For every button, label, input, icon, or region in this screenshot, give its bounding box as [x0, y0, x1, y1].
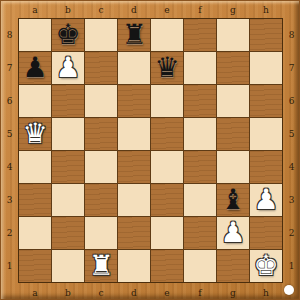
square-b1[interactable]	[52, 250, 84, 282]
rank-label-1: 1	[285, 250, 298, 282]
square-g7[interactable]	[217, 52, 249, 84]
square-e2[interactable]	[151, 217, 183, 249]
square-h2[interactable]	[250, 217, 282, 249]
square-d8[interactable]: ♜	[118, 19, 150, 51]
file-label-d: d	[118, 286, 150, 299]
file-label-e: e	[151, 286, 183, 299]
square-g2[interactable]: ♟	[217, 217, 249, 249]
file-label-h: h	[250, 286, 282, 299]
square-b5[interactable]	[52, 118, 84, 150]
rank-label-2: 2	[285, 217, 298, 249]
chess-board-frame: abcdefgh abcdefgh 87654321 87654321 ♚♜♟♟…	[0, 0, 300, 300]
square-g4[interactable]	[217, 151, 249, 183]
file-label-g: g	[217, 3, 249, 16]
rank-label-5: 5	[285, 118, 298, 150]
piece-white-king[interactable]: ♚	[253, 252, 278, 280]
square-b6[interactable]	[52, 85, 84, 117]
square-h4[interactable]	[250, 151, 282, 183]
rank-label-4: 4	[3, 151, 16, 183]
square-b2[interactable]	[52, 217, 84, 249]
rank-labels-right: 87654321	[285, 19, 298, 282]
file-label-c: c	[85, 3, 117, 16]
square-d6[interactable]	[118, 85, 150, 117]
file-label-a: a	[19, 3, 51, 16]
square-h1[interactable]: ♚	[250, 250, 282, 282]
rank-labels-left: 87654321	[3, 19, 16, 282]
square-f8[interactable]	[184, 19, 216, 51]
square-b8[interactable]: ♚	[52, 19, 84, 51]
square-h6[interactable]	[250, 85, 282, 117]
rank-label-7: 7	[285, 52, 298, 84]
square-f1[interactable]	[184, 250, 216, 282]
board: ♚♜♟♟♛♛♝♟♟♜♚	[18, 18, 283, 283]
square-f3[interactable]	[184, 184, 216, 216]
rank-label-1: 1	[3, 250, 16, 282]
square-g6[interactable]	[217, 85, 249, 117]
square-c5[interactable]	[85, 118, 117, 150]
square-h3[interactable]: ♟	[250, 184, 282, 216]
file-label-a: a	[19, 286, 51, 299]
file-labels-bottom: abcdefgh	[19, 286, 282, 299]
rank-label-3: 3	[285, 184, 298, 216]
piece-white-queen[interactable]: ♛	[22, 120, 47, 148]
square-a5[interactable]: ♛	[19, 118, 51, 150]
piece-black-queen[interactable]: ♛	[154, 54, 179, 82]
square-a2[interactable]	[19, 217, 51, 249]
piece-white-pawn[interactable]: ♟	[220, 219, 245, 247]
square-f4[interactable]	[184, 151, 216, 183]
square-b3[interactable]	[52, 184, 84, 216]
square-e6[interactable]	[151, 85, 183, 117]
square-g3[interactable]: ♝	[217, 184, 249, 216]
file-label-h: h	[250, 3, 282, 16]
square-e7[interactable]: ♛	[151, 52, 183, 84]
square-h5[interactable]	[250, 118, 282, 150]
rank-label-5: 5	[3, 118, 16, 150]
square-c2[interactable]	[85, 217, 117, 249]
piece-black-pawn[interactable]: ♟	[22, 54, 47, 82]
square-e3[interactable]	[151, 184, 183, 216]
file-label-f: f	[184, 3, 216, 16]
square-f2[interactable]	[184, 217, 216, 249]
square-e1[interactable]	[151, 250, 183, 282]
piece-white-pawn[interactable]: ♟	[55, 54, 80, 82]
rank-label-7: 7	[3, 52, 16, 84]
rank-label-8: 8	[285, 19, 298, 51]
square-h7[interactable]	[250, 52, 282, 84]
rank-label-8: 8	[3, 19, 16, 51]
square-g1[interactable]	[217, 250, 249, 282]
file-label-e: e	[151, 3, 183, 16]
square-c1[interactable]: ♜	[85, 250, 117, 282]
square-e4[interactable]	[151, 151, 183, 183]
square-g8[interactable]	[217, 19, 249, 51]
square-e8[interactable]	[151, 19, 183, 51]
file-label-f: f	[184, 286, 216, 299]
square-c3[interactable]	[85, 184, 117, 216]
file-label-c: c	[85, 286, 117, 299]
square-d5[interactable]	[118, 118, 150, 150]
piece-white-rook[interactable]: ♜	[88, 252, 113, 280]
square-d4[interactable]	[118, 151, 150, 183]
piece-black-bishop[interactable]: ♝	[220, 186, 245, 214]
piece-black-king[interactable]: ♚	[55, 21, 80, 49]
piece-white-pawn[interactable]: ♟	[253, 186, 278, 214]
rank-label-6: 6	[3, 85, 16, 117]
square-h8[interactable]	[250, 19, 282, 51]
file-label-b: b	[52, 286, 84, 299]
rank-label-4: 4	[285, 151, 298, 183]
file-label-d: d	[118, 3, 150, 16]
square-b7[interactable]: ♟	[52, 52, 84, 84]
square-a8[interactable]	[19, 19, 51, 51]
square-b4[interactable]	[52, 151, 84, 183]
file-label-g: g	[217, 286, 249, 299]
piece-black-rook[interactable]: ♜	[121, 21, 146, 49]
square-a3[interactable]	[19, 184, 51, 216]
square-c8[interactable]	[85, 19, 117, 51]
square-f5[interactable]	[184, 118, 216, 150]
square-f7[interactable]	[184, 52, 216, 84]
square-c7[interactable]	[85, 52, 117, 84]
square-f6[interactable]	[184, 85, 216, 117]
square-d1[interactable]	[118, 250, 150, 282]
file-label-b: b	[52, 3, 84, 16]
square-c4[interactable]	[85, 151, 117, 183]
file-labels-top: abcdefgh	[19, 3, 282, 16]
square-e5[interactable]	[151, 118, 183, 150]
rank-label-2: 2	[3, 217, 16, 249]
square-c6[interactable]	[85, 85, 117, 117]
square-d3[interactable]	[118, 184, 150, 216]
square-a7[interactable]: ♟	[19, 52, 51, 84]
white-to-move-indicator	[284, 285, 294, 295]
square-d7[interactable]	[118, 52, 150, 84]
rank-label-6: 6	[285, 85, 298, 117]
square-a6[interactable]	[19, 85, 51, 117]
rank-label-3: 3	[3, 184, 16, 216]
square-d2[interactable]	[118, 217, 150, 249]
square-a4[interactable]	[19, 151, 51, 183]
square-a1[interactable]	[19, 250, 51, 282]
square-g5[interactable]	[217, 118, 249, 150]
